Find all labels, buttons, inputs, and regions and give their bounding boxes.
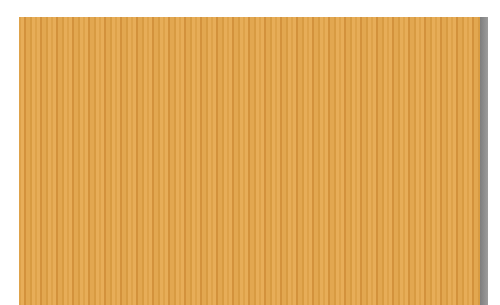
goban-board-surface[interactable] xyxy=(19,17,480,305)
board-edge-shadow xyxy=(480,17,488,305)
go-board-viewer xyxy=(0,0,500,305)
